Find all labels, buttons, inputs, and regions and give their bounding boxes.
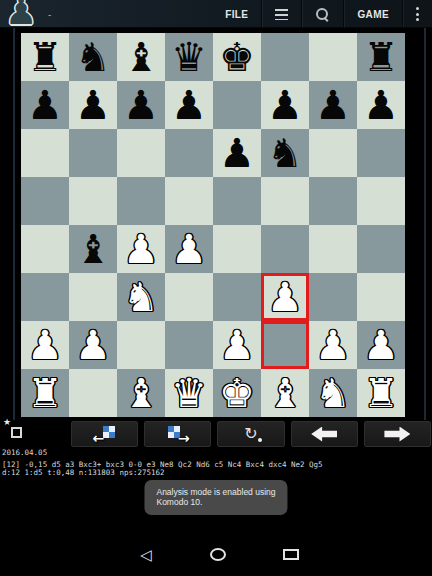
android-nav-bar: ◁: [0, 542, 432, 576]
back-icon[interactable]: ◁: [134, 545, 158, 565]
toolbar-buttons: ← → ↻: [71, 421, 431, 447]
square-f5[interactable]: [261, 177, 309, 225]
white-pawn: ♟: [219, 321, 255, 369]
square-h5[interactable]: [357, 177, 405, 225]
chess-board[interactable]: ♜♞♝♛♚♜♟♟♟♟♟♟♟♟♞♝♟♟♞♟♟♟♟♟♟♜♝♛♚♝♞♜: [21, 33, 405, 417]
black-pawn: ♟: [315, 81, 351, 129]
move-forward-button[interactable]: [364, 421, 431, 447]
arrow-right-icon: [384, 427, 410, 442]
white-pawn: ♟: [171, 225, 207, 273]
square-e7[interactable]: [213, 81, 261, 129]
move-back-button[interactable]: [291, 421, 358, 447]
square-c1[interactable]: ♝: [117, 369, 165, 417]
square-d2[interactable]: [165, 321, 213, 369]
window-title: -: [48, 9, 51, 20]
square-b7[interactable]: ♟: [69, 81, 117, 129]
square-b1[interactable]: [69, 369, 117, 417]
square-b4[interactable]: ♝: [69, 225, 117, 273]
square-f2[interactable]: [261, 321, 309, 369]
white-bishop: ♝: [267, 369, 303, 417]
top-bar: ♟ - FILE GAME: [0, 0, 432, 28]
analysis-refresh-button[interactable]: ↻: [217, 421, 284, 447]
app-screen: ♟ - FILE GAME ♜♞♝♛♚♜♟♟♟♟♟♟♟♟♞♝♟♟♞♟♟♟♟♟♟♜…: [0, 0, 432, 576]
square-d3[interactable]: [165, 273, 213, 321]
overflow-menu-button[interactable]: [403, 0, 432, 28]
square-h2[interactable]: ♟: [357, 321, 405, 369]
square-f1[interactable]: ♝: [261, 369, 309, 417]
square-f4[interactable]: [261, 225, 309, 273]
square-b8[interactable]: ♞: [69, 33, 117, 81]
square-b2[interactable]: ♟: [69, 321, 117, 369]
square-a3[interactable]: [21, 273, 69, 321]
analysis-panel: 2016.04.05 [12] -0,15 d5 a3 Bxc3+ bxc3 0…: [2, 449, 430, 477]
square-h3[interactable]: [357, 273, 405, 321]
move-list-button[interactable]: [262, 0, 301, 28]
square-g6[interactable]: [309, 129, 357, 177]
square-e1[interactable]: ♚: [213, 369, 261, 417]
toast-line2: Komodo 10.: [156, 497, 275, 507]
square-b3[interactable]: [69, 273, 117, 321]
search-button[interactable]: [302, 0, 343, 28]
square-h6[interactable]: [357, 129, 405, 177]
black-pawn: ♟: [171, 81, 207, 129]
square-a1[interactable]: ♜: [21, 369, 69, 417]
square-d8[interactable]: ♛: [165, 33, 213, 81]
black-king: ♚: [219, 33, 255, 81]
square-d5[interactable]: [165, 177, 213, 225]
arrow-left-icon: [311, 427, 337, 442]
app-pawn-icon: ♟: [5, 0, 37, 32]
square-g4[interactable]: [309, 225, 357, 273]
black-pawn: ♟: [27, 81, 63, 129]
white-bishop: ♝: [123, 369, 159, 417]
square-e6[interactable]: ♟: [213, 129, 261, 177]
square-f3[interactable]: ♟: [261, 273, 309, 321]
overflow-dots-icon: [416, 7, 419, 21]
black-knight: ♞: [75, 33, 111, 81]
square-d7[interactable]: ♟: [165, 81, 213, 129]
previous-game-button[interactable]: ←: [71, 421, 138, 447]
game-menu-button[interactable]: GAME: [344, 0, 402, 28]
square-a5[interactable]: [21, 177, 69, 225]
square-c3[interactable]: ♞: [117, 273, 165, 321]
white-pawn: ♟: [363, 321, 399, 369]
list-icon: [275, 9, 288, 20]
square-g5[interactable]: [309, 177, 357, 225]
select-checkbox[interactable]: [11, 427, 22, 438]
next-game-button[interactable]: →: [144, 421, 211, 447]
square-c2[interactable]: [117, 321, 165, 369]
square-e8[interactable]: ♚: [213, 33, 261, 81]
square-e5[interactable]: [213, 177, 261, 225]
black-pawn: ♟: [363, 81, 399, 129]
square-g8[interactable]: [309, 33, 357, 81]
square-e4[interactable]: [213, 225, 261, 273]
recents-icon[interactable]: [283, 549, 299, 560]
square-d4[interactable]: ♟: [165, 225, 213, 273]
black-queen: ♛: [171, 33, 207, 81]
square-c8[interactable]: ♝: [117, 33, 165, 81]
board-arrow-left-icon: ←: [95, 426, 115, 443]
square-a2[interactable]: ♟: [21, 321, 69, 369]
square-e2[interactable]: ♟: [213, 321, 261, 369]
square-c4[interactable]: ♟: [117, 225, 165, 273]
square-g2[interactable]: ♟: [309, 321, 357, 369]
white-rook: ♜: [363, 369, 399, 417]
square-c5[interactable]: [117, 177, 165, 225]
white-pawn: ♟: [27, 321, 63, 369]
white-king: ♚: [219, 369, 255, 417]
square-g3[interactable]: [309, 273, 357, 321]
toast-message: Analysis mode is enabled using Komodo 10…: [144, 480, 287, 515]
square-h8[interactable]: ♜: [357, 33, 405, 81]
refresh-icon: ↻: [244, 426, 257, 442]
black-pawn: ♟: [219, 129, 255, 177]
top-bar-actions: FILE GAME: [212, 0, 432, 28]
square-h1[interactable]: ♜: [357, 369, 405, 417]
square-c7[interactable]: ♟: [117, 81, 165, 129]
white-pawn: ♟: [315, 321, 351, 369]
engine-stats: d:12 1:d5 t:0,48 n:131803 nps:275162: [2, 469, 430, 477]
square-a7[interactable]: ♟: [21, 81, 69, 129]
black-rook: ♜: [363, 33, 399, 81]
square-h4[interactable]: [357, 225, 405, 273]
square-g1[interactable]: ♞: [309, 369, 357, 417]
square-d1[interactable]: ♛: [165, 369, 213, 417]
black-bishop: ♝: [75, 225, 111, 273]
square-a8[interactable]: ♜: [21, 33, 69, 81]
white-knight: ♞: [315, 369, 351, 417]
square-b6[interactable]: [69, 129, 117, 177]
favorite-star-icon: ★: [3, 417, 11, 427]
file-menu-button[interactable]: FILE: [212, 0, 261, 28]
square-a6[interactable]: [21, 129, 69, 177]
toast-line1: Analysis mode is enabled using: [156, 487, 275, 497]
square-d6[interactable]: [165, 129, 213, 177]
game-date: 2016.04.05: [2, 449, 430, 457]
square-h7[interactable]: ♟: [357, 81, 405, 129]
white-knight: ♞: [123, 273, 159, 321]
board-right-edge: [424, 28, 426, 420]
black-pawn: ♟: [267, 81, 303, 129]
white-rook: ♜: [27, 369, 63, 417]
white-pawn: ♟: [123, 225, 159, 273]
square-f6[interactable]: ♞: [261, 129, 309, 177]
black-pawn: ♟: [123, 81, 159, 129]
square-f8[interactable]: [261, 33, 309, 81]
board-left-edge: [13, 28, 15, 420]
black-rook: ♜: [27, 33, 63, 81]
white-queen: ♛: [171, 369, 207, 417]
square-b5[interactable]: [69, 177, 117, 225]
home-icon[interactable]: [210, 548, 226, 561]
black-knight: ♞: [267, 129, 303, 177]
board-arrow-right-icon: →: [168, 426, 188, 443]
square-a4[interactable]: [21, 225, 69, 273]
black-bishop: ♝: [123, 33, 159, 81]
square-e3[interactable]: [213, 273, 261, 321]
square-f7[interactable]: ♟: [261, 81, 309, 129]
square-c6[interactable]: [117, 129, 165, 177]
square-g7[interactable]: ♟: [309, 81, 357, 129]
black-pawn: ♟: [75, 81, 111, 129]
white-pawn: ♟: [267, 273, 303, 321]
toolbar: ★ ← → ↻: [0, 419, 432, 448]
white-pawn: ♟: [75, 321, 111, 369]
search-icon: [315, 7, 330, 22]
